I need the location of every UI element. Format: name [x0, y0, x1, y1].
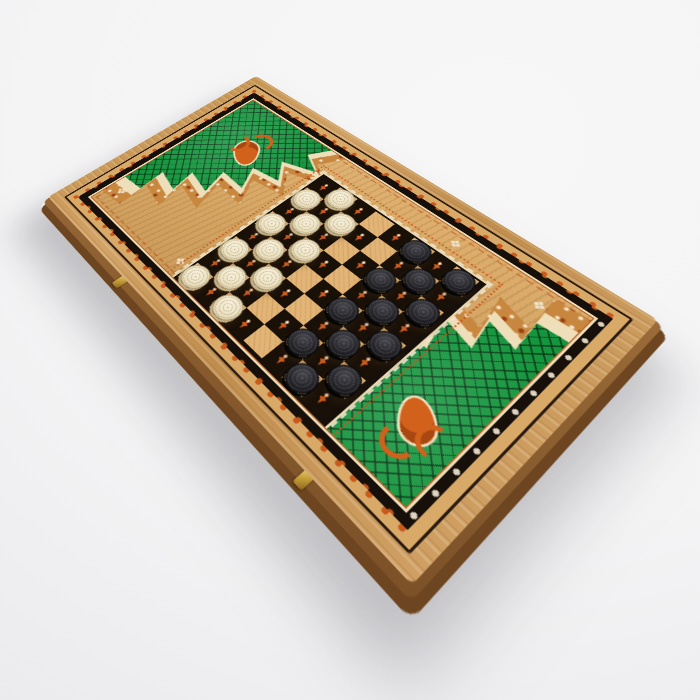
game-case: ❖ ❖ ❖ ❖ ⛂⛃⛃⛂⛂⛃⛂⛃⛃⛂⛂⛃⛂⛃⛃⛂⛂⛃⛂⛃⛃⛂⛂⛃	[48, 76, 658, 585]
fleur-motif	[220, 133, 276, 168]
fleur-motif	[374, 389, 460, 465]
fleur-curl	[410, 423, 459, 463]
case-lid-face: ❖ ❖ ❖ ❖ ⛂⛃⛃⛂⛂⛃⛂⛃⛃⛂⛂⛃⛂⛃⛃⛂⛂⛃⛂⛃⛃⛂⛂⛃	[48, 76, 658, 585]
photo-backdrop: ❖ ❖ ❖ ❖ ⛂⛃⛃⛂⛂⛃⛂⛃⛃⛂⛂⛃⛂⛃⛃⛂⛂⛃⛂⛃⛃⛂⛂⛃	[0, 0, 700, 700]
